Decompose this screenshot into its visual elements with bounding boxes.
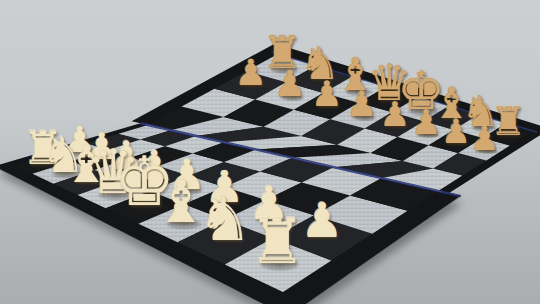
piece-black-pawn-g7[interactable]: ♟ [441,114,471,147]
piece-black-pawn-b7[interactable]: ♟ [274,66,306,102]
piece-black-pawn-a7[interactable]: ♟ [235,56,267,92]
piece-black-pawn-e7[interactable]: ♟ [380,97,410,131]
chess-scene: ♜♞♝♛♚♝♞♜♟♟♟♟♟♟♟♟♟♟♟♟♟♟♟♟♜♞♝♛♚♝♞♜ [0,0,540,304]
piece-black-pawn-f7[interactable]: ♟ [411,105,441,139]
piece-black-pawn-h7[interactable]: ♟ [470,122,500,155]
piece-white-knight-g1[interactable]: ♞ [197,188,252,249]
piece-white-rook-h1[interactable]: ♜ [249,209,305,272]
piece-black-pawn-d7[interactable]: ♟ [346,87,377,122]
piece-white-pawn-h2[interactable]: ♟ [300,196,343,244]
pieces-layer: ♜♞♝♛♚♝♞♜♟♟♟♟♟♟♟♟♟♟♟♟♟♟♟♟♜♞♝♛♚♝♞♜ [0,0,540,304]
piece-black-pawn-c7[interactable]: ♟ [311,77,342,112]
